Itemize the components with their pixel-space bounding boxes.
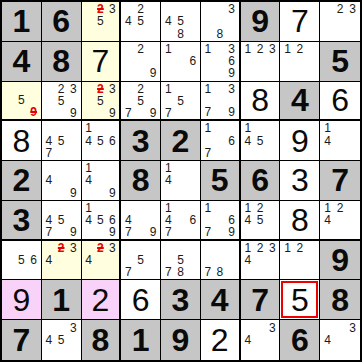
candidate-grid: 1379 <box>202 83 238 119</box>
given-digit: 3 <box>132 125 150 157</box>
candidate-4: 4 <box>83 254 95 266</box>
candidate-4: 4 <box>83 135 95 147</box>
candidate-grid: 4579 <box>43 202 80 238</box>
cell-r5c6[interactable]: 5 <box>201 161 241 201</box>
candidate-2: 2 <box>135 43 147 55</box>
candidate-1: 1 <box>202 122 214 134</box>
candidate-grid: 124 <box>321 202 359 238</box>
candidate-5: 5 <box>55 214 67 226</box>
cell-r8c7[interactable]: 7 <box>241 280 281 320</box>
cell-r1c8[interactable]: 7 <box>280 2 320 42</box>
cell-r5c4[interactable]: 8 <box>121 161 161 201</box>
candidate-1: 1 <box>162 43 174 55</box>
cell-r2c5[interactable]: 16 <box>161 42 201 82</box>
cell-r4c8[interactable]: 9 <box>280 121 320 161</box>
candidate-5: 5 <box>94 15 106 27</box>
given-digit: 7 <box>331 164 349 196</box>
cell-r3c5[interactable]: 157 <box>161 82 201 122</box>
candidate-grid: 23 <box>321 3 359 40</box>
cell-r1c7[interactable]: 9 <box>241 2 281 42</box>
candidate-grid: 1456 <box>83 122 119 159</box>
candidate-grid: 157 <box>162 83 199 119</box>
cell-r4c3[interactable]: 1456 <box>82 121 122 161</box>
candidate-3: 3 <box>106 83 118 95</box>
candidate-1: 1 <box>202 202 214 214</box>
candidate-grid: 458 <box>162 3 199 40</box>
candidate-1: 1 <box>321 122 334 134</box>
cell-r1c6[interactable]: 38 <box>201 2 241 42</box>
cell-r5c9[interactable]: 7 <box>320 161 360 201</box>
cell-r5c2[interactable]: 49 <box>42 161 82 201</box>
candidate-2: 2 <box>254 242 266 254</box>
candidate-3: 3 <box>266 321 278 334</box>
candidate-2: 2 <box>294 242 306 254</box>
cell-r7c2[interactable]: 234 <box>42 241 82 281</box>
candidate-grid: 78 <box>202 242 238 279</box>
cell-r1c9[interactable]: 23 <box>320 2 360 42</box>
cell-r2c1[interactable]: 4 <box>2 42 42 82</box>
entered-digit: 5 <box>291 284 309 316</box>
cell-r8c4[interactable]: 6 <box>121 280 161 320</box>
candidate-3: 3 <box>67 83 79 95</box>
candidate-4: 4 <box>122 15 134 27</box>
candidate-grid: 16 <box>162 43 199 80</box>
entered-digit: 8 <box>12 125 30 157</box>
cell-r5c8[interactable]: 3 <box>280 161 320 201</box>
cell-r2c2[interactable]: 8 <box>42 42 82 82</box>
candidate-grid: 345 <box>43 321 80 359</box>
cell-r1c2[interactable]: 6 <box>42 2 82 42</box>
cell-r6c5[interactable]: 1467 <box>161 201 201 241</box>
candidate-3: 3 <box>226 3 238 15</box>
cell-r2c3[interactable]: 7 <box>82 42 122 82</box>
candidate-grid: 34 <box>242 321 279 359</box>
candidate-6: 6 <box>226 135 238 147</box>
cell-r3c8[interactable]: 4 <box>280 82 320 122</box>
candidate-6: 6 <box>187 214 199 226</box>
candidate-7: 7 <box>162 226 174 238</box>
candidate-grid: 56 <box>3 242 40 279</box>
candidate-9: 9 <box>106 107 118 119</box>
cell-r9c5[interactable]: 9 <box>161 320 201 360</box>
candidate-5: 5 <box>254 135 266 147</box>
cell-r3c6[interactable]: 1379 <box>201 82 241 122</box>
given-digit: 4 <box>291 84 309 116</box>
candidate-3: 3 <box>226 83 238 95</box>
candidate-grid: 234 <box>83 242 119 279</box>
candidate-9: 9 <box>147 67 159 79</box>
candidate-7: 7 <box>43 147 55 159</box>
candidate-grid: 57 <box>122 242 159 279</box>
given-digit: 4 <box>12 45 30 77</box>
cell-r4c1[interactable]: 8 <box>2 121 42 161</box>
entered-digit: 3 <box>291 164 309 196</box>
candidate-6: 6 <box>106 135 118 147</box>
candidate-grid: 2359 <box>83 83 119 119</box>
given-digit: 4 <box>211 284 229 316</box>
cell-r8c6[interactable]: 4 <box>201 280 241 320</box>
candidate-2: 2 <box>254 43 266 55</box>
candidate-grid: 14 <box>321 122 359 159</box>
cell-r7c4[interactable]: 57 <box>121 241 161 281</box>
candidate-4: 4 <box>242 214 254 226</box>
cell-r1c4[interactable]: 245 <box>121 2 161 42</box>
candidate-grid: 14569 <box>83 202 119 238</box>
candidate-4: 4 <box>43 254 55 266</box>
sudoku-board: 1623524545838972348729161369123125592359… <box>0 0 362 362</box>
cell-r9c3[interactable]: 8 <box>82 320 122 360</box>
candidate-5: 5 <box>174 15 186 27</box>
candidate-4: 4 <box>83 174 95 186</box>
candidate-grid: 12 <box>281 242 318 279</box>
given-digit: 9 <box>251 5 269 37</box>
candidate-1: 1 <box>162 83 174 95</box>
candidate-2: 2 <box>294 43 306 55</box>
candidate-7: 7 <box>43 226 55 238</box>
candidate-8: 8 <box>214 266 226 278</box>
candidate-8: 8 <box>214 28 226 40</box>
candidate-2: 2 <box>135 83 147 95</box>
candidate-5: 5 <box>94 214 106 226</box>
candidate-3: 3 <box>106 242 118 254</box>
given-digit: 5 <box>211 164 229 196</box>
cell-r3c7[interactable]: 8 <box>241 82 281 122</box>
cell-r3c2[interactable]: 2359 <box>42 82 82 122</box>
candidate-5: 5 <box>254 214 266 226</box>
candidate-5: 5 <box>94 95 106 107</box>
given-digit: 3 <box>172 284 190 316</box>
candidate-3: 3 <box>266 242 278 254</box>
cell-r8c3[interactable]: 2 <box>82 280 122 320</box>
candidate-9: 9 <box>106 226 118 238</box>
cell-r9c4[interactable]: 1 <box>121 320 161 360</box>
given-digit: 3 <box>12 204 30 236</box>
cell-r4c9[interactable]: 14 <box>320 121 360 161</box>
candidate-9: 9 <box>226 67 238 79</box>
candidate-7: 7 <box>162 107 174 119</box>
candidate-9-eliminated: 9 <box>28 106 40 118</box>
candidate-grid: 29 <box>122 43 159 80</box>
candidate-4: 4 <box>43 334 55 347</box>
given-digit: 7 <box>12 324 30 356</box>
cell-r7c8[interactable]: 12 <box>280 241 320 281</box>
cell-r9c6[interactable]: 2 <box>201 320 241 360</box>
cell-r9c7[interactable]: 34 <box>241 320 281 360</box>
cell-r7c7[interactable]: 1234 <box>241 241 281 281</box>
cell-r8c8[interactable]: 5 <box>280 280 320 320</box>
entered-digit: 2 <box>92 284 110 316</box>
cell-r6c3[interactable]: 14569 <box>82 201 122 241</box>
cell-r4c4[interactable]: 3 <box>121 121 161 161</box>
entered-digit: 8 <box>251 84 269 116</box>
candidate-grid: 457 <box>43 122 80 159</box>
candidate-1: 1 <box>281 43 293 55</box>
candidate-9: 9 <box>147 226 159 238</box>
candidate-7: 7 <box>122 107 134 119</box>
candidate-grid: 167 <box>202 122 238 159</box>
candidate-grid: 149 <box>83 162 119 199</box>
cell-r9c9[interactable]: 34 <box>320 320 360 360</box>
candidate-3: 3 <box>346 321 359 334</box>
given-digit: 8 <box>52 45 70 77</box>
cell-r4c7[interactable]: 145 <box>241 121 281 161</box>
candidate-5: 5 <box>15 254 27 266</box>
given-digit: 9 <box>172 324 190 356</box>
cell-r7c3[interactable]: 234 <box>82 241 122 281</box>
candidate-7: 7 <box>202 266 214 278</box>
candidate-9: 9 <box>67 107 79 119</box>
candidate-1: 1 <box>83 122 95 134</box>
entered-digit: 2 <box>211 324 229 356</box>
candidate-9: 9 <box>226 226 238 238</box>
candidate-1: 1 <box>281 242 293 254</box>
cell-r7c6[interactable]: 78 <box>201 241 241 281</box>
cell-r1c5[interactable]: 458 <box>161 2 201 42</box>
cell-r3c9[interactable]: 6 <box>320 82 360 122</box>
entered-digit: 9 <box>291 125 309 157</box>
cell-r7c5[interactable]: 578 <box>161 241 201 281</box>
given-digit: 5 <box>331 45 349 77</box>
candidate-7: 7 <box>202 106 214 118</box>
candidate-4: 4 <box>242 334 254 347</box>
given-digit: 6 <box>52 5 70 37</box>
entered-digit: 8 <box>291 204 309 236</box>
cell-r5c7[interactable]: 6 <box>241 161 281 201</box>
candidate-grid: 479 <box>122 202 159 238</box>
candidate-9: 9 <box>106 187 118 199</box>
candidate-5: 5 <box>135 15 147 27</box>
cell-r5c1[interactable]: 2 <box>2 161 42 201</box>
cell-r6c4[interactable]: 479 <box>121 201 161 241</box>
given-digit: 8 <box>331 284 349 316</box>
candidate-3: 3 <box>266 43 278 55</box>
candidate-2: 2 <box>55 83 67 95</box>
candidate-grid: 59 <box>3 83 40 119</box>
candidate-grid: 1679 <box>202 202 238 238</box>
candidate-5: 5 <box>135 254 147 266</box>
candidate-1: 1 <box>202 43 214 55</box>
candidate-grid: 1369 <box>202 43 238 80</box>
candidate-7: 7 <box>202 147 214 159</box>
cell-r4c6[interactable]: 167 <box>201 121 241 161</box>
cell-r8c9[interactable]: 8 <box>320 280 360 320</box>
cell-r8c2[interactable]: 1 <box>42 280 82 320</box>
candidate-4: 4 <box>162 15 174 27</box>
candidate-1: 1 <box>242 122 254 134</box>
candidate-grid: 234 <box>43 242 80 279</box>
candidate-grid: 38 <box>202 3 238 40</box>
candidate-7: 7 <box>122 266 134 278</box>
candidate-grid: 1234 <box>242 242 279 279</box>
cell-r4c5[interactable]: 2 <box>161 121 201 161</box>
candidate-grid: 145 <box>242 122 279 159</box>
cell-r6c2[interactable]: 4579 <box>42 201 82 241</box>
cell-r8c1[interactable]: 9 <box>2 280 42 320</box>
cell-r3c3[interactable]: 2359 <box>82 82 122 122</box>
given-digit: 1 <box>52 284 70 316</box>
cell-r6c9[interactable]: 124 <box>320 201 360 241</box>
cell-r2c4[interactable]: 29 <box>121 42 161 82</box>
candidate-8: 8 <box>174 28 186 40</box>
given-digit: 1 <box>132 324 150 356</box>
candidate-3: 3 <box>67 321 79 334</box>
cell-r3c4[interactable]: 2579 <box>121 82 161 122</box>
candidate-grid: 1467 <box>162 202 199 238</box>
given-digit: 1 <box>12 5 30 37</box>
cell-r6c7[interactable]: 1245 <box>241 201 281 241</box>
cell-r9c2[interactable]: 345 <box>42 320 82 360</box>
given-digit: 2 <box>172 125 190 157</box>
cell-r6c1[interactable]: 3 <box>2 201 42 241</box>
candidate-5: 5 <box>55 95 67 107</box>
candidate-grid: 12 <box>281 43 318 80</box>
cell-r9c1[interactable]: 7 <box>2 320 42 360</box>
candidate-8: 8 <box>174 266 186 278</box>
candidate-grid: 1245 <box>242 202 279 238</box>
cell-r1c3[interactable]: 235 <box>82 2 122 42</box>
candidate-4: 4 <box>162 174 174 186</box>
candidate-9: 9 <box>147 107 159 119</box>
candidate-4: 4 <box>321 214 334 226</box>
candidate-5: 5 <box>55 135 67 147</box>
candidate-5: 5 <box>174 95 186 107</box>
candidate-grid: 578 <box>162 242 199 279</box>
cell-r2c6[interactable]: 1369 <box>201 42 241 82</box>
candidate-3: 3 <box>67 242 79 254</box>
candidate-2-eliminated: 2 <box>55 242 67 254</box>
candidate-5: 5 <box>94 135 106 147</box>
cell-r1c1[interactable]: 1 <box>2 2 42 42</box>
cell-r5c3[interactable]: 149 <box>82 161 122 201</box>
candidate-2: 2 <box>334 202 347 214</box>
candidate-4: 4 <box>122 214 134 226</box>
cell-r2c9[interactable]: 5 <box>320 42 360 82</box>
entered-digit: 6 <box>132 284 150 316</box>
cell-r6c8[interactable]: 8 <box>280 201 320 241</box>
candidate-9: 9 <box>67 187 79 199</box>
cell-r8c5[interactable]: 3 <box>161 280 201 320</box>
cell-r9c8[interactable]: 6 <box>280 320 320 360</box>
candidate-4: 4 <box>242 254 254 266</box>
cell-r2c7[interactable]: 123 <box>241 42 281 82</box>
cell-r7c1[interactable]: 56 <box>2 241 42 281</box>
candidate-grid: 49 <box>43 162 80 199</box>
cell-r5c5[interactable]: 14 <box>161 161 201 201</box>
given-digit: 2 <box>12 164 30 196</box>
candidate-grid: 2359 <box>43 83 80 119</box>
candidate-1: 1 <box>242 43 254 55</box>
candidate-4: 4 <box>43 214 55 226</box>
candidate-2: 2 <box>334 3 347 15</box>
entered-digit: 6 <box>331 84 349 116</box>
entered-digit: 7 <box>291 5 309 37</box>
candidate-6: 6 <box>187 55 199 67</box>
given-digit: 9 <box>331 244 349 276</box>
cell-r2c8[interactable]: 12 <box>280 42 320 82</box>
candidate-9: 9 <box>67 226 79 238</box>
candidate-grid: 14 <box>162 162 199 199</box>
candidate-4: 4 <box>242 135 254 147</box>
candidate-4: 4 <box>43 135 55 147</box>
cell-r3c1[interactable]: 59 <box>2 82 42 122</box>
cell-r7c9[interactable]: 9 <box>320 241 360 281</box>
given-digit: 6 <box>251 164 269 196</box>
given-digit: 8 <box>92 324 110 356</box>
given-digit: 8 <box>132 164 150 196</box>
candidate-grid: 2579 <box>122 83 159 119</box>
candidate-5: 5 <box>135 95 147 107</box>
candidate-2-eliminated: 2 <box>94 242 106 254</box>
candidate-5: 5 <box>55 334 67 347</box>
candidate-5: 5 <box>15 94 27 106</box>
candidate-grid: 123 <box>242 43 279 80</box>
given-digit: 6 <box>291 324 309 356</box>
candidate-1: 1 <box>202 83 214 95</box>
candidate-2-eliminated: 2 <box>94 83 106 95</box>
candidate-6: 6 <box>28 254 40 266</box>
cell-r4c2[interactable]: 457 <box>42 121 82 161</box>
given-digit: 7 <box>251 284 269 316</box>
candidate-grid: 34 <box>321 321 359 359</box>
candidate-7: 7 <box>122 226 134 238</box>
candidate-4: 4 <box>321 334 334 347</box>
candidate-7: 7 <box>162 266 174 278</box>
candidate-4: 4 <box>83 214 95 226</box>
candidate-3: 3 <box>106 3 118 15</box>
entered-digit: 7 <box>92 45 110 77</box>
candidate-7: 7 <box>202 226 214 238</box>
candidate-4: 4 <box>321 135 334 147</box>
candidate-4: 4 <box>43 174 55 186</box>
candidate-3: 3 <box>346 3 359 15</box>
candidate-grid: 235 <box>83 3 119 40</box>
candidate-grid: 245 <box>122 3 159 40</box>
cell-r6c6[interactable]: 1679 <box>201 201 241 241</box>
candidate-9: 9 <box>226 106 238 118</box>
entered-digit: 9 <box>12 284 30 316</box>
